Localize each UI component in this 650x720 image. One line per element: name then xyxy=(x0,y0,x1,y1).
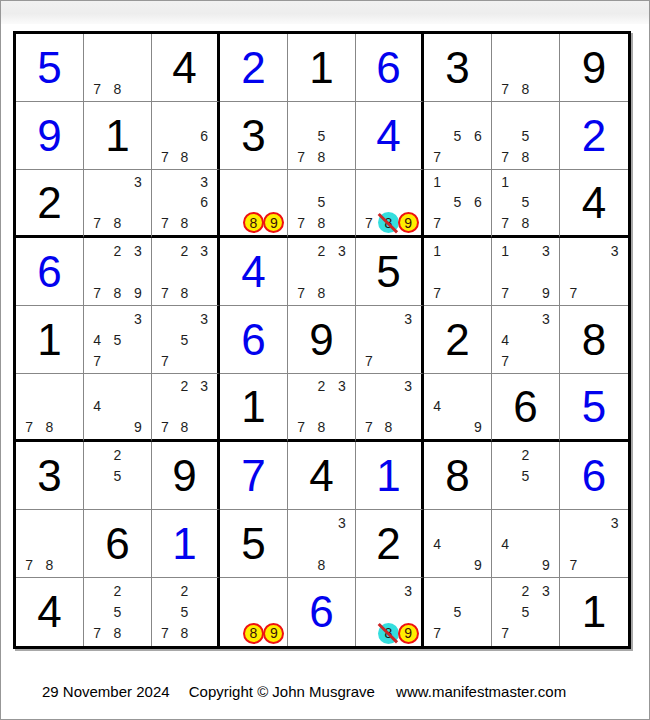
candidate: 2 xyxy=(311,376,331,396)
pencil-marks: 389 xyxy=(359,580,418,644)
cell-r8c2[interactable]: 6 xyxy=(84,510,152,578)
candidate: 2 xyxy=(515,444,535,465)
cell-r4c1[interactable]: 6 xyxy=(16,238,84,306)
cell-r9c6[interactable]: 389 xyxy=(356,578,424,646)
candidate: 9 xyxy=(536,554,556,575)
candidate: 6 xyxy=(194,192,214,212)
cell-r2c3[interactable]: 678 xyxy=(152,102,220,170)
solved-digit: 9 xyxy=(16,102,83,169)
given-digit: 8 xyxy=(424,442,491,509)
candidate: 5 xyxy=(311,125,331,146)
cell-r3c4[interactable]: 89 xyxy=(220,170,288,238)
cell-r5c5[interactable]: 9 xyxy=(288,306,356,374)
pencil-marks: 49 xyxy=(495,512,556,575)
candidate: 5 xyxy=(175,601,195,622)
candidate: 7 xyxy=(427,213,447,233)
cell-r3c9[interactable]: 4 xyxy=(560,170,628,238)
solved-digit: 5 xyxy=(16,34,83,101)
candidate: 8 xyxy=(107,213,127,233)
candidate-highlight-yellow: 9 xyxy=(263,623,284,644)
pencil-marks: 2378 xyxy=(155,376,214,437)
solved-digit: 7 xyxy=(220,442,287,509)
candidate: 8 xyxy=(311,213,331,233)
candidate: 8 xyxy=(311,282,331,303)
cell-r8c3[interactable]: 1 xyxy=(152,510,220,578)
cell-r7c1[interactable]: 3 xyxy=(16,442,84,510)
given-digit: 6 xyxy=(492,374,559,439)
cell-r8c1[interactable]: 78 xyxy=(16,510,84,578)
pencil-marks: 347 xyxy=(495,308,556,371)
pencil-marks: 2578 xyxy=(87,580,148,644)
cell-r9c5[interactable]: 6 xyxy=(288,578,356,646)
pencil-marks: 2357 xyxy=(495,580,556,644)
cell-r9c7[interactable]: 57 xyxy=(424,578,492,646)
candidate: 9 xyxy=(468,417,488,437)
candidate: 2 xyxy=(175,580,195,601)
cell-r6c7[interactable]: 49 xyxy=(424,374,492,442)
cell-r8c5[interactable]: 38 xyxy=(288,510,356,578)
footer-copyright: Copyright © John Musgrave xyxy=(189,683,375,700)
cell-r3c2[interactable]: 378 xyxy=(84,170,152,238)
pencil-marks: 49 xyxy=(427,512,488,575)
cell-r2c5[interactable]: 578 xyxy=(288,102,356,170)
candidate: 5 xyxy=(447,192,467,212)
candidate: 3 xyxy=(398,308,418,329)
candidate: 2 xyxy=(311,240,331,261)
cell-r4c2[interactable]: 23789 xyxy=(84,238,152,306)
given-digit: 9 xyxy=(152,442,217,509)
given-digit: 3 xyxy=(424,34,491,101)
pencil-marks: 357 xyxy=(155,308,214,371)
pencil-marks: 789 xyxy=(359,172,418,233)
candidate: 7 xyxy=(495,350,515,371)
given-digit: 3 xyxy=(16,442,83,509)
page: 5784216378991678357845675782237836788957… xyxy=(0,0,650,720)
candidate: 8 xyxy=(175,623,195,644)
cell-r6c3[interactable]: 2378 xyxy=(152,374,220,442)
given-digit: 4 xyxy=(152,34,217,101)
candidate: 8 xyxy=(311,554,331,575)
candidate: 8 xyxy=(379,417,399,437)
cell-r7c9[interactable]: 6 xyxy=(560,442,628,510)
candidate: 8 xyxy=(175,146,195,167)
solved-digit: 2 xyxy=(220,34,287,101)
pencil-marks: 578 xyxy=(291,104,352,167)
cell-r2c1[interactable]: 9 xyxy=(16,102,84,170)
cell-r5c1[interactable]: 1 xyxy=(16,306,84,374)
cell-r6c2[interactable]: 49 xyxy=(84,374,152,442)
footer-website-link[interactable]: www.manifestmaster.com xyxy=(396,683,566,700)
given-digit: 3 xyxy=(220,102,287,169)
cell-r3c5[interactable]: 578 xyxy=(288,170,356,238)
cell-r7c6[interactable]: 1 xyxy=(356,442,424,510)
cell-r6c1[interactable]: 78 xyxy=(16,374,84,442)
given-digit: 8 xyxy=(560,306,628,373)
pencil-marks: 3457 xyxy=(87,308,148,371)
pencil-marks: 25 xyxy=(495,444,556,507)
solved-digit: 6 xyxy=(356,34,421,101)
candidate: 7 xyxy=(87,78,107,99)
candidate: 8 xyxy=(107,282,127,303)
cell-r5c8[interactable]: 347 xyxy=(492,306,560,374)
pencil-marks: 3678 xyxy=(155,172,214,233)
pencil-marks: 49 xyxy=(427,376,488,437)
given-digit: 1 xyxy=(560,578,628,646)
candidate: 7 xyxy=(155,350,175,371)
candidate: 3 xyxy=(128,308,148,329)
cell-r9c3[interactable]: 2578 xyxy=(152,578,220,646)
cell-r5c9[interactable]: 8 xyxy=(560,306,628,374)
cell-r6c8[interactable]: 6 xyxy=(492,374,560,442)
given-digit: 1 xyxy=(220,374,287,439)
candidate: 8 xyxy=(515,213,535,233)
candidate: 5 xyxy=(515,125,535,146)
cell-r9c4[interactable]: 89 xyxy=(220,578,288,646)
cell-r4c5[interactable]: 2378 xyxy=(288,238,356,306)
cell-r8c7[interactable]: 49 xyxy=(424,510,492,578)
cell-r4c4[interactable]: 4 xyxy=(220,238,288,306)
candidate: 4 xyxy=(87,329,107,350)
given-digit: 1 xyxy=(288,34,355,101)
cell-r8c8[interactable]: 49 xyxy=(492,510,560,578)
pencil-marks: 1379 xyxy=(495,240,556,303)
candidate: 4 xyxy=(427,533,447,554)
solved-digit: 1 xyxy=(152,510,217,577)
given-digit: 4 xyxy=(16,578,83,646)
candidate: 3 xyxy=(398,580,418,601)
cell-r9c8[interactable]: 2357 xyxy=(492,578,560,646)
candidate: 8 xyxy=(175,282,195,303)
candidate: 1 xyxy=(427,172,447,192)
cell-r7c8[interactable]: 25 xyxy=(492,442,560,510)
cell-r1c5[interactable]: 1 xyxy=(288,34,356,102)
candidate: 8 xyxy=(311,417,331,437)
cell-r1c9[interactable]: 9 xyxy=(560,34,628,102)
candidate: 3 xyxy=(536,580,556,601)
cell-r5c6[interactable]: 37 xyxy=(356,306,424,374)
cell-r4c3[interactable]: 2378 xyxy=(152,238,220,306)
candidate: 8 xyxy=(175,417,195,437)
candidate: 8 xyxy=(107,78,127,99)
cell-r2c4[interactable]: 3 xyxy=(220,102,288,170)
candidate: 7 xyxy=(155,282,175,303)
candidate: 7 xyxy=(155,213,175,233)
candidate: 4 xyxy=(87,396,107,416)
candidate: 2 xyxy=(107,580,127,601)
candidate: 5 xyxy=(107,465,127,486)
cell-r7c3[interactable]: 9 xyxy=(152,442,220,510)
candidate: 7 xyxy=(359,350,379,371)
candidate: 2 xyxy=(175,376,195,396)
candidate-highlight-yellow: 9 xyxy=(398,212,419,233)
pencil-marks: 1578 xyxy=(495,172,556,233)
pencil-marks: 37 xyxy=(563,240,625,303)
pencil-marks: 23789 xyxy=(87,240,148,303)
pencil-marks: 678 xyxy=(155,104,214,167)
candidate: 2 xyxy=(175,240,195,261)
candidate: 1 xyxy=(427,240,447,261)
solved-digit: 5 xyxy=(560,374,628,439)
cell-r1c8[interactable]: 78 xyxy=(492,34,560,102)
pencil-marks: 2578 xyxy=(155,580,214,644)
cell-r6c5[interactable]: 2378 xyxy=(288,374,356,442)
candidate: 7 xyxy=(563,554,584,575)
solved-digit: 4 xyxy=(220,238,287,305)
candidate: 5 xyxy=(311,192,331,212)
candidate: 7 xyxy=(19,417,39,437)
candidate: 7 xyxy=(155,623,175,644)
cell-r3c1[interactable]: 2 xyxy=(16,170,84,238)
given-digit: 5 xyxy=(220,510,287,577)
cell-r9c9[interactable]: 1 xyxy=(560,578,628,646)
given-digit: 2 xyxy=(356,510,421,577)
candidate: 7 xyxy=(563,282,584,303)
pencil-marks: 78 xyxy=(19,512,80,575)
candidate: 5 xyxy=(447,601,467,622)
pencil-marks: 78 xyxy=(19,376,80,437)
cell-r4c6[interactable]: 5 xyxy=(356,238,424,306)
candidate: 3 xyxy=(332,376,352,396)
candidate: 5 xyxy=(447,125,467,146)
given-digit: 1 xyxy=(84,102,151,169)
pencil-marks: 378 xyxy=(87,172,148,233)
candidate: 5 xyxy=(515,465,535,486)
candidate: 3 xyxy=(536,240,556,261)
candidate: 1 xyxy=(495,240,515,261)
candidate: 7 xyxy=(87,282,107,303)
candidate: 7 xyxy=(291,146,311,167)
candidate: 3 xyxy=(332,512,352,533)
cell-r7c7[interactable]: 8 xyxy=(424,442,492,510)
candidate: 7 xyxy=(359,417,379,437)
solved-digit: 1 xyxy=(356,442,421,509)
candidate: 5 xyxy=(107,601,127,622)
candidate: 6 xyxy=(468,192,488,212)
cell-r9c2[interactable]: 2578 xyxy=(84,578,152,646)
candidate: 7 xyxy=(495,213,515,233)
given-digit: 1 xyxy=(16,306,83,373)
candidate: 3 xyxy=(194,308,214,329)
cell-r9c1[interactable]: 4 xyxy=(16,578,84,646)
cell-r4c9[interactable]: 37 xyxy=(560,238,628,306)
candidate-highlight-yellow: 9 xyxy=(263,212,284,233)
candidate: 5 xyxy=(515,601,535,622)
cell-r3c3[interactable]: 3678 xyxy=(152,170,220,238)
cell-r5c4[interactable]: 6 xyxy=(220,306,288,374)
candidate: 4 xyxy=(427,396,447,416)
pencil-marks: 2378 xyxy=(155,240,214,303)
pencil-marks: 57 xyxy=(427,580,488,644)
candidate: 8 xyxy=(515,78,535,99)
cell-r6c6[interactable]: 378 xyxy=(356,374,424,442)
solved-digit: 4 xyxy=(356,102,421,169)
given-digit: 2 xyxy=(16,170,83,235)
candidate: 7 xyxy=(19,554,39,575)
candidate: 9 xyxy=(128,417,148,437)
candidate: 3 xyxy=(332,240,352,261)
cell-r2c2[interactable]: 1 xyxy=(84,102,152,170)
footer-date: 29 November 2024 xyxy=(42,683,170,700)
candidate: 8 xyxy=(175,213,195,233)
cell-r1c4[interactable]: 2 xyxy=(220,34,288,102)
cell-r8c4[interactable]: 5 xyxy=(220,510,288,578)
candidate: 7 xyxy=(87,350,107,371)
pencil-marks: 89 xyxy=(223,172,284,233)
pencil-marks: 37 xyxy=(359,308,418,371)
candidate: 4 xyxy=(495,329,515,350)
cell-r1c7[interactable]: 3 xyxy=(424,34,492,102)
pencil-marks: 1567 xyxy=(427,172,488,233)
cell-r6c4[interactable]: 1 xyxy=(220,374,288,442)
candidate: 7 xyxy=(291,213,311,233)
pencil-marks: 25 xyxy=(87,444,148,507)
given-digit: 9 xyxy=(560,34,628,101)
candidate-highlight-yellow: 8 xyxy=(243,212,264,233)
cell-r7c5[interactable]: 4 xyxy=(288,442,356,510)
given-digit: 2 xyxy=(424,306,491,373)
candidate: 5 xyxy=(107,329,127,350)
candidate-highlight-yellow: 8 xyxy=(243,623,264,644)
candidate-highlight-yellow: 9 xyxy=(398,623,419,644)
cell-r2c6[interactable]: 4 xyxy=(356,102,424,170)
candidate: 7 xyxy=(291,417,311,437)
cell-r4c7[interactable]: 17 xyxy=(424,238,492,306)
candidate: 3 xyxy=(128,172,148,192)
candidate: 6 xyxy=(468,125,488,146)
candidate: 9 xyxy=(468,554,488,575)
candidate: 3 xyxy=(194,172,214,192)
candidate: 7 xyxy=(291,282,311,303)
candidate: 3 xyxy=(194,376,214,396)
cell-r2c7[interactable]: 567 xyxy=(424,102,492,170)
cell-r1c6[interactable]: 6 xyxy=(356,34,424,102)
candidate: 7 xyxy=(427,623,447,644)
titlebar xyxy=(1,1,649,24)
cell-r5c3[interactable]: 357 xyxy=(152,306,220,374)
cell-r1c2[interactable]: 78 xyxy=(84,34,152,102)
candidate: 3 xyxy=(536,308,556,329)
candidate: 4 xyxy=(495,533,515,554)
cell-r1c3[interactable]: 4 xyxy=(152,34,220,102)
candidate: 6 xyxy=(194,125,214,146)
candidate: 2 xyxy=(107,240,127,261)
candidate: 5 xyxy=(175,329,195,350)
given-digit: 4 xyxy=(560,170,628,235)
pencil-marks: 89 xyxy=(223,580,284,644)
pencil-marks: 17 xyxy=(427,240,488,303)
candidate: 7 xyxy=(87,623,107,644)
candidate: 7 xyxy=(155,417,175,437)
candidate: 8 xyxy=(107,623,127,644)
candidate: 7 xyxy=(359,213,379,233)
candidate: 7 xyxy=(87,213,107,233)
candidate: 8 xyxy=(311,146,331,167)
pencil-marks: 78 xyxy=(495,36,556,99)
candidate: 1 xyxy=(495,172,515,192)
candidate: 3 xyxy=(604,512,625,533)
candidate: 8 xyxy=(39,554,59,575)
cell-r8c6[interactable]: 2 xyxy=(356,510,424,578)
candidate-eliminated-cyan: 8 xyxy=(378,212,399,233)
solved-digit: 2 xyxy=(560,102,628,169)
candidate: 7 xyxy=(495,282,515,303)
pencil-marks: 567 xyxy=(427,104,488,167)
pencil-marks: 2378 xyxy=(291,240,352,303)
cell-r1c1[interactable]: 5 xyxy=(16,34,84,102)
given-digit: 6 xyxy=(84,510,151,577)
cell-r2c9[interactable]: 2 xyxy=(560,102,628,170)
candidate: 3 xyxy=(398,376,418,396)
solved-digit: 6 xyxy=(220,306,287,373)
pencil-marks: 578 xyxy=(291,172,352,233)
pencil-marks: 38 xyxy=(291,512,352,575)
pencil-marks: 49 xyxy=(87,376,148,437)
candidate: 7 xyxy=(495,78,515,99)
cell-r2c8[interactable]: 578 xyxy=(492,102,560,170)
pencil-marks: 78 xyxy=(87,36,148,99)
given-digit: 4 xyxy=(288,442,355,509)
cell-r3c8[interactable]: 1578 xyxy=(492,170,560,238)
candidate: 7 xyxy=(495,146,515,167)
cell-r5c7[interactable]: 2 xyxy=(424,306,492,374)
cell-r4c8[interactable]: 1379 xyxy=(492,238,560,306)
solved-digit: 6 xyxy=(16,238,83,305)
candidate: 8 xyxy=(515,146,535,167)
candidate: 7 xyxy=(427,282,447,303)
candidate: 3 xyxy=(128,240,148,261)
candidate: 7 xyxy=(427,146,447,167)
candidate: 5 xyxy=(515,192,535,212)
given-digit: 9 xyxy=(288,306,355,373)
candidate: 2 xyxy=(515,580,535,601)
pencil-marks: 2378 xyxy=(291,376,352,437)
cell-r7c4[interactable]: 7 xyxy=(220,442,288,510)
cell-r3c6[interactable]: 789 xyxy=(356,170,424,238)
candidate-eliminated-cyan: 8 xyxy=(378,623,399,644)
cell-r6c9[interactable]: 5 xyxy=(560,374,628,442)
candidate: 2 xyxy=(107,444,127,465)
sudoku-grid: 5784216378991678357845675782237836788957… xyxy=(13,31,631,649)
footer: 29 November 2024 Copyright © John Musgra… xyxy=(42,683,566,700)
cell-r8c9[interactable]: 37 xyxy=(560,510,628,578)
pencil-marks: 37 xyxy=(563,512,625,575)
candidate: 7 xyxy=(155,146,175,167)
candidate: 9 xyxy=(536,282,556,303)
solved-digit: 6 xyxy=(288,578,355,646)
candidate: 7 xyxy=(495,623,515,644)
cell-r5c2[interactable]: 3457 xyxy=(84,306,152,374)
cell-r7c2[interactable]: 25 xyxy=(84,442,152,510)
candidate: 3 xyxy=(604,240,625,261)
candidate: 9 xyxy=(128,282,148,303)
cell-r3c7[interactable]: 1567 xyxy=(424,170,492,238)
pencil-marks: 378 xyxy=(359,376,418,437)
given-digit: 5 xyxy=(356,238,421,305)
candidate: 3 xyxy=(194,240,214,261)
solved-digit: 6 xyxy=(560,442,628,509)
pencil-marks: 578 xyxy=(495,104,556,167)
candidate: 8 xyxy=(39,417,59,437)
